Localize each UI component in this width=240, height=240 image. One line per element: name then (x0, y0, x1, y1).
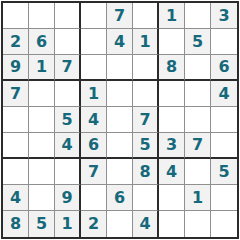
cell-r3c6[interactable] (133, 55, 159, 81)
cell-r9c7[interactable] (159, 211, 185, 237)
cell-r2c1: 2 (3, 29, 29, 55)
cell-r5c9[interactable] (211, 107, 237, 133)
cell-r8c4[interactable] (81, 185, 107, 211)
cell-r4c9: 4 (211, 81, 237, 107)
sudoku-board-frame: 7132641591786714547465377845496185124 (0, 0, 240, 240)
cell-r1c4[interactable] (81, 3, 107, 29)
cell-r3c3: 7 (55, 55, 81, 81)
cell-r4c3[interactable] (55, 81, 81, 107)
cell-r3c8[interactable] (185, 55, 211, 81)
cell-r7c4: 7 (81, 159, 107, 185)
cell-r4c1: 7 (3, 81, 29, 107)
cell-r6c7: 3 (159, 133, 185, 159)
cell-r9c5[interactable] (107, 211, 133, 237)
cell-r1c8[interactable] (185, 3, 211, 29)
cell-r8c3: 9 (55, 185, 81, 211)
cell-r8c9[interactable] (211, 185, 237, 211)
cell-r5c1[interactable] (3, 107, 29, 133)
cell-r4c7[interactable] (159, 81, 185, 107)
cell-r4c4: 1 (81, 81, 107, 107)
cell-r1c6[interactable] (133, 3, 159, 29)
cell-r5c8[interactable] (185, 107, 211, 133)
cell-r7c8[interactable] (185, 159, 211, 185)
cell-r1c5: 7 (107, 3, 133, 29)
cell-r4c6[interactable] (133, 81, 159, 107)
cell-r3c2: 1 (29, 55, 55, 81)
cell-r6c9[interactable] (211, 133, 237, 159)
cell-r8c1: 4 (3, 185, 29, 211)
cell-r9c1: 8 (3, 211, 29, 237)
cell-r9c3: 1 (55, 211, 81, 237)
cell-r7c5[interactable] (107, 159, 133, 185)
cell-r3c1: 9 (3, 55, 29, 81)
cell-r2c2: 6 (29, 29, 55, 55)
cell-r4c5[interactable] (107, 81, 133, 107)
cell-r8c2[interactable] (29, 185, 55, 211)
sudoku-board: 7132641591786714547465377845496185124 (1, 1, 239, 239)
cell-r2c3[interactable] (55, 29, 81, 55)
cell-r1c9: 3 (211, 3, 237, 29)
cell-r3c7: 8 (159, 55, 185, 81)
cell-r1c1[interactable] (3, 3, 29, 29)
cell-r1c7: 1 (159, 3, 185, 29)
cell-r6c8: 7 (185, 133, 211, 159)
cell-r5c7[interactable] (159, 107, 185, 133)
cell-r9c2: 5 (29, 211, 55, 237)
cell-r6c6: 5 (133, 133, 159, 159)
cell-r8c5: 6 (107, 185, 133, 211)
cell-r5c5[interactable] (107, 107, 133, 133)
cell-r8c8: 1 (185, 185, 211, 211)
cell-r3c5[interactable] (107, 55, 133, 81)
cell-r9c9[interactable] (211, 211, 237, 237)
cell-r3c4[interactable] (81, 55, 107, 81)
cell-r4c8[interactable] (185, 81, 211, 107)
cell-r6c2[interactable] (29, 133, 55, 159)
cell-r2c7[interactable] (159, 29, 185, 55)
cell-r8c7[interactable] (159, 185, 185, 211)
cell-r2c5: 4 (107, 29, 133, 55)
cell-r6c3: 4 (55, 133, 81, 159)
cell-r9c8[interactable] (185, 211, 211, 237)
cell-r2c9[interactable] (211, 29, 237, 55)
cell-r7c9: 5 (211, 159, 237, 185)
cell-r5c6: 7 (133, 107, 159, 133)
cell-r7c7: 4 (159, 159, 185, 185)
cell-r7c1[interactable] (3, 159, 29, 185)
cell-r4c2[interactable] (29, 81, 55, 107)
cell-r9c4: 2 (81, 211, 107, 237)
cell-r1c2[interactable] (29, 3, 55, 29)
cell-r1c3[interactable] (55, 3, 81, 29)
cell-r7c6: 8 (133, 159, 159, 185)
cell-r6c4: 6 (81, 133, 107, 159)
cell-r9c6: 4 (133, 211, 159, 237)
cell-r7c2[interactable] (29, 159, 55, 185)
cell-r6c1[interactable] (3, 133, 29, 159)
cell-r7c3[interactable] (55, 159, 81, 185)
cell-r3c9: 6 (211, 55, 237, 81)
cell-r2c8: 5 (185, 29, 211, 55)
cell-r2c4[interactable] (81, 29, 107, 55)
cell-r5c3: 5 (55, 107, 81, 133)
cell-r8c6[interactable] (133, 185, 159, 211)
cell-r2c6: 1 (133, 29, 159, 55)
cell-r6c5[interactable] (107, 133, 133, 159)
cell-r5c2[interactable] (29, 107, 55, 133)
cell-r5c4: 4 (81, 107, 107, 133)
